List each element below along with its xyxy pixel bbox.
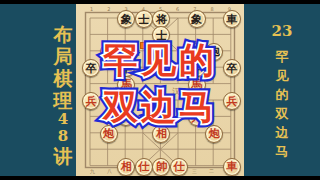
title-char: 棋 [54, 68, 73, 88]
title-char: 局 [54, 46, 73, 66]
episode-title: 罕见的双边马 [264, 50, 300, 159]
piece-red-炮-f8r7[interactable]: 炮 [205, 125, 223, 143]
piece-red-兵-f7r6[interactable]: 兵 [188, 108, 206, 126]
move-marker [140, 42, 147, 49]
piece-black-車-f9r0[interactable]: 車 [223, 10, 241, 28]
file-label: 九 [90, 169, 95, 174]
file-label: 1 [90, 7, 93, 12]
piece-red-馬-f7r4[interactable]: 馬 [188, 76, 206, 94]
piece-red-馬-f3r4[interactable]: 馬 [117, 76, 135, 94]
title-char: 讲 [54, 146, 73, 166]
piece-red-車-f9r9[interactable]: 車 [223, 158, 241, 176]
title-char: 见 [276, 69, 289, 83]
piece-black-馬-f7r2[interactable]: 馬 [188, 43, 206, 61]
title-char: 4 [58, 112, 68, 127]
piece-black-炮-f8r2[interactable]: 炮 [205, 43, 223, 61]
video-thumbnail: 布局棋理48讲 楚 河 汉 界 123456789 九八七六五四三二一 象士将象… [0, 0, 320, 180]
content-area: 布局棋理48讲 楚 河 汉 界 123456789 九八七六五四三二一 象士将象… [0, 4, 320, 176]
piece-red-仕-f4r9[interactable]: 仕 [135, 158, 153, 176]
piece-red-相-f3r9[interactable]: 相 [117, 158, 135, 176]
file-label: 6 [176, 7, 179, 12]
piece-red-兵-f1r5[interactable]: 兵 [82, 92, 100, 110]
left-panel: 布局棋理48讲 [0, 4, 76, 176]
xiangqi-board[interactable]: 楚 河 汉 界 123456789 九八七六五四三二一 象士将象車士炮馬馬炮卒卒… [76, 4, 244, 176]
title-char: 8 [58, 129, 68, 144]
piece-black-卒-f7r3[interactable]: 卒 [188, 59, 206, 77]
file-label: 三 [192, 169, 197, 174]
file-label: 二 [209, 169, 214, 174]
title-char: 罕 [276, 50, 289, 64]
piece-red-兵-f9r5[interactable]: 兵 [223, 92, 241, 110]
title-char: 马 [276, 145, 289, 159]
file-label: 8 [211, 7, 214, 12]
piece-red-仕-f6r9[interactable]: 仕 [170, 158, 188, 176]
piece-black-士-f4r0[interactable]: 士 [135, 10, 153, 28]
title-char: 的 [276, 88, 289, 102]
piece-black-馬-f3r2[interactable]: 馬 [117, 43, 135, 61]
title-char: 边 [276, 126, 289, 140]
piece-red-炮-f2r7[interactable]: 炮 [100, 125, 118, 143]
title-char: 理 [54, 90, 73, 110]
right-panel: 23 罕见的双边马 [244, 4, 320, 176]
piece-black-炮-f2r2[interactable]: 炮 [100, 43, 118, 61]
file-label: 2 [107, 7, 110, 12]
piece-black-象-f7r0[interactable]: 象 [188, 10, 206, 28]
title-char: 布 [54, 24, 73, 44]
episode-number: 23 [264, 22, 300, 40]
file-label: 八 [107, 169, 112, 174]
piece-red-帥-f5r9[interactable]: 帥 [152, 158, 170, 176]
title-char: 双 [276, 107, 289, 121]
series-title: 布局棋理48讲 [46, 24, 80, 166]
piece-black-卒-f9r3[interactable]: 卒 [223, 59, 241, 77]
